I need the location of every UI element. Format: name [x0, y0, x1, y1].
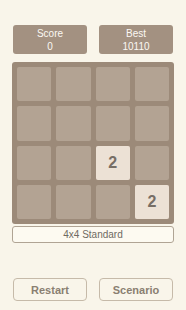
- board[interactable]: 22: [12, 62, 174, 224]
- variant-label: 4x4 Standard: [63, 229, 123, 240]
- variant-selector[interactable]: 4x4 Standard: [12, 226, 174, 243]
- board-cell: [96, 185, 130, 219]
- score-label: Score: [13, 27, 87, 40]
- board-cell: [56, 185, 90, 219]
- scenario-button[interactable]: Scenario: [99, 278, 173, 301]
- best-label: Best: [99, 27, 173, 40]
- board-cell: [56, 106, 90, 140]
- best-box: Best 10110: [99, 25, 173, 54]
- best-value: 10110: [99, 40, 173, 53]
- board-cell: [56, 146, 90, 180]
- board-cell: 2: [96, 146, 130, 180]
- board-cell: [135, 67, 169, 101]
- score-value: 0: [13, 40, 87, 53]
- board-cell: [17, 146, 51, 180]
- tile-2: 2: [96, 146, 130, 180]
- board-cell: [56, 67, 90, 101]
- board-cell: [17, 106, 51, 140]
- board-cell: [17, 67, 51, 101]
- board-cell: [96, 67, 130, 101]
- board-cell: 2: [135, 185, 169, 219]
- board-cell: [96, 106, 130, 140]
- board-cell: [135, 146, 169, 180]
- board-cell: [135, 106, 169, 140]
- board-cell: [17, 185, 51, 219]
- tile-2: 2: [135, 185, 169, 219]
- restart-button[interactable]: Restart: [13, 278, 87, 301]
- score-box: Score 0: [13, 25, 87, 54]
